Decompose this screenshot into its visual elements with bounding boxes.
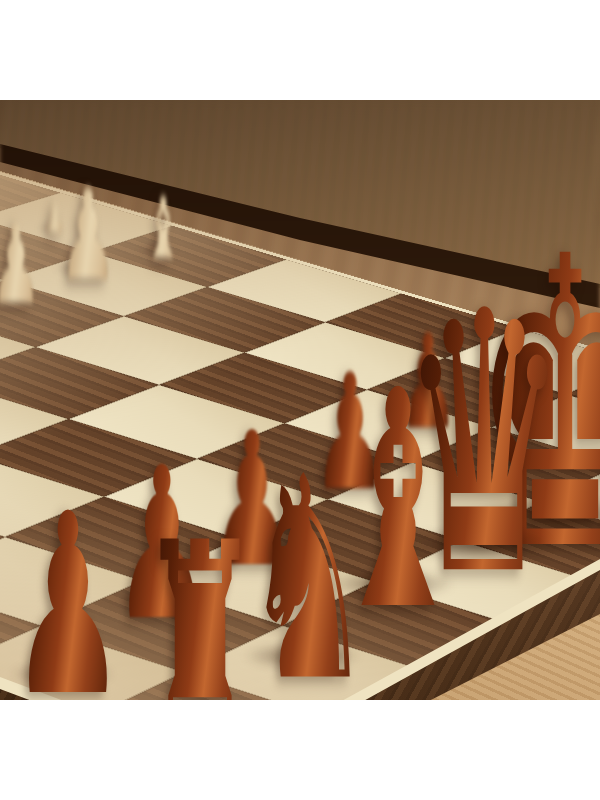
light-piece-glyph: ♟	[59, 173, 117, 298]
light-piece-glyph: ♟	[0, 210, 42, 320]
dark-piece-glyph: ♜	[137, 507, 263, 700]
screenshot-canvas: ♟♝♟♟♟♟♚♛♟♝♟♞♟♜	[0, 0, 600, 800]
light-piece-glyph: ♝	[143, 186, 183, 271]
dark-piece-glyph: ♟	[10, 481, 127, 700]
letterbox-top	[0, 0, 600, 100]
letterbox-bottom	[0, 700, 600, 800]
chess-set-photo: ♟♝♟♟♟♟♚♛♟♝♟♞♟♜	[0, 100, 600, 700]
